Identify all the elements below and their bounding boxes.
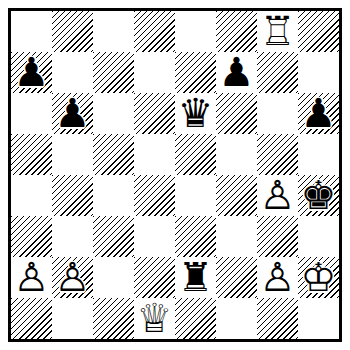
square-g5[interactable] — [257, 134, 298, 175]
square-a1[interactable] — [11, 298, 52, 339]
board-frame: ♜♖♟♟♟♟♟♟♛♛♟♟♟♙♚♚♟♙♟♙♜♜♟♙♚♔♛♕ — [8, 8, 342, 342]
square-c6[interactable] — [93, 93, 134, 134]
square-c7[interactable] — [93, 52, 134, 93]
black-king-fill: ♚ — [298, 175, 339, 216]
square-h3[interactable] — [298, 216, 339, 257]
square-d8[interactable] — [134, 11, 175, 52]
square-e2[interactable]: ♜♜ — [175, 257, 216, 298]
square-e3[interactable] — [175, 216, 216, 257]
black-queen-fill: ♛ — [175, 93, 216, 134]
square-g2[interactable]: ♟♙ — [257, 257, 298, 298]
square-f4[interactable] — [216, 175, 257, 216]
square-g4[interactable]: ♟♙ — [257, 175, 298, 216]
square-c5[interactable] — [93, 134, 134, 175]
square-h8[interactable] — [298, 11, 339, 52]
square-e5[interactable] — [175, 134, 216, 175]
square-d3[interactable] — [134, 216, 175, 257]
square-d6[interactable] — [134, 93, 175, 134]
white-pawn-fill: ♟ — [11, 257, 52, 298]
square-f8[interactable] — [216, 11, 257, 52]
white-queen-fill: ♛ — [134, 298, 175, 339]
square-h4[interactable]: ♚♚ — [298, 175, 339, 216]
black-pawn: ♟ — [216, 52, 257, 93]
square-g7[interactable] — [257, 52, 298, 93]
square-b6[interactable]: ♟♟ — [52, 93, 93, 134]
black-pawn-fill: ♟ — [11, 52, 52, 93]
black-pawn-fill: ♟ — [216, 52, 257, 93]
square-h6[interactable]: ♟♟ — [298, 93, 339, 134]
white-pawn: ♙ — [52, 257, 93, 298]
white-pawn: ♙ — [11, 257, 52, 298]
square-a4[interactable] — [11, 175, 52, 216]
square-c3[interactable] — [93, 216, 134, 257]
chess-board: ♜♖♟♟♟♟♟♟♛♛♟♟♟♙♚♚♟♙♟♙♜♜♟♙♚♔♛♕ — [11, 11, 339, 339]
white-pawn-fill: ♟ — [257, 257, 298, 298]
square-b4[interactable] — [52, 175, 93, 216]
square-a7[interactable]: ♟♟ — [11, 52, 52, 93]
chess-diagram: ♜♖♟♟♟♟♟♟♛♛♟♟♟♙♚♚♟♙♟♙♜♜♟♙♚♔♛♕ — [8, 8, 342, 342]
square-b8[interactable] — [52, 11, 93, 52]
black-pawn: ♟ — [11, 52, 52, 93]
square-d1[interactable]: ♛♕ — [134, 298, 175, 339]
white-king: ♔ — [298, 257, 339, 298]
square-g1[interactable] — [257, 298, 298, 339]
square-b1[interactable] — [52, 298, 93, 339]
square-a5[interactable] — [11, 134, 52, 175]
square-b5[interactable] — [52, 134, 93, 175]
square-f6[interactable] — [216, 93, 257, 134]
white-queen: ♕ — [134, 298, 175, 339]
black-pawn-fill: ♟ — [298, 93, 339, 134]
square-d4[interactable] — [134, 175, 175, 216]
square-a3[interactable] — [11, 216, 52, 257]
black-rook: ♜ — [175, 257, 216, 298]
white-rook-fill: ♜ — [257, 11, 298, 52]
square-c4[interactable] — [93, 175, 134, 216]
white-pawn-fill: ♟ — [52, 257, 93, 298]
white-rook: ♖ — [257, 11, 298, 52]
square-f5[interactable] — [216, 134, 257, 175]
black-pawn: ♟ — [298, 93, 339, 134]
black-rook-fill: ♜ — [175, 257, 216, 298]
square-a2[interactable]: ♟♙ — [11, 257, 52, 298]
white-pawn-fill: ♟ — [257, 175, 298, 216]
square-h1[interactable] — [298, 298, 339, 339]
black-pawn: ♟ — [52, 93, 93, 134]
square-h5[interactable] — [298, 134, 339, 175]
square-e6[interactable]: ♛♛ — [175, 93, 216, 134]
square-c8[interactable] — [93, 11, 134, 52]
square-b3[interactable] — [52, 216, 93, 257]
square-g6[interactable] — [257, 93, 298, 134]
square-e7[interactable] — [175, 52, 216, 93]
square-a6[interactable] — [11, 93, 52, 134]
square-e1[interactable] — [175, 298, 216, 339]
square-h2[interactable]: ♚♔ — [298, 257, 339, 298]
square-f1[interactable] — [216, 298, 257, 339]
square-c2[interactable] — [93, 257, 134, 298]
square-f3[interactable] — [216, 216, 257, 257]
square-h7[interactable] — [298, 52, 339, 93]
square-d7[interactable] — [134, 52, 175, 93]
square-c1[interactable] — [93, 298, 134, 339]
square-e8[interactable] — [175, 11, 216, 52]
square-f7[interactable]: ♟♟ — [216, 52, 257, 93]
square-b7[interactable] — [52, 52, 93, 93]
square-e4[interactable] — [175, 175, 216, 216]
square-d2[interactable] — [134, 257, 175, 298]
white-pawn: ♙ — [257, 175, 298, 216]
white-king-fill: ♚ — [298, 257, 339, 298]
black-queen: ♛ — [175, 93, 216, 134]
square-f2[interactable] — [216, 257, 257, 298]
square-d5[interactable] — [134, 134, 175, 175]
black-king: ♚ — [298, 175, 339, 216]
square-g3[interactable] — [257, 216, 298, 257]
black-pawn-fill: ♟ — [52, 93, 93, 134]
square-g8[interactable]: ♜♖ — [257, 11, 298, 52]
square-a8[interactable] — [11, 11, 52, 52]
white-pawn: ♙ — [257, 257, 298, 298]
square-b2[interactable]: ♟♙ — [52, 257, 93, 298]
